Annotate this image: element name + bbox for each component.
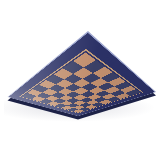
product-photo [0,0,160,160]
